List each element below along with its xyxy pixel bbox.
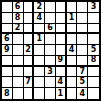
cell-r9c2[interactable] [13, 88, 24, 99]
cell-r1c4: 2 [34, 2, 45, 13]
sudoku-board: 623841266192459837745814 [0, 0, 101, 101]
cell-r7c5: 3 [45, 67, 56, 78]
cell-r8c4[interactable] [34, 77, 45, 88]
cell-r5c6[interactable] [56, 45, 67, 56]
cell-r4c2[interactable] [13, 34, 24, 45]
cell-r1c2: 6 [13, 2, 24, 13]
cell-r5c3: 2 [24, 45, 35, 56]
cell-r6c8[interactable] [77, 56, 88, 67]
cell-r2c9[interactable] [88, 13, 99, 24]
cell-r3c3[interactable] [24, 24, 35, 35]
cell-r7c4[interactable] [34, 67, 45, 78]
cell-r9c6: 1 [56, 88, 67, 99]
cell-r8c7[interactable] [67, 77, 78, 88]
cell-r9c4[interactable] [34, 88, 45, 99]
cell-r5c9: 5 [88, 45, 99, 56]
cell-r4c1: 6 [2, 34, 13, 45]
cell-r4c9[interactable] [88, 34, 99, 45]
cell-r6c9: 8 [88, 56, 99, 67]
cell-r8c9[interactable] [88, 77, 99, 88]
cell-r9c1: 8 [2, 88, 13, 99]
cell-r3c1[interactable] [2, 24, 13, 35]
cell-r1c1[interactable] [2, 2, 13, 13]
cell-r4c7[interactable] [67, 34, 78, 45]
cell-r7c3[interactable] [24, 67, 35, 78]
cell-r3c8[interactable] [77, 24, 88, 35]
cell-r4c6[interactable] [56, 34, 67, 45]
cell-r1c5[interactable] [45, 2, 56, 13]
cell-r9c5[interactable] [45, 88, 56, 99]
cell-r7c2[interactable] [13, 67, 24, 78]
cell-r6c6: 9 [56, 56, 67, 67]
cell-r5c2[interactable] [13, 45, 24, 56]
cell-r2c7: 1 [67, 13, 78, 24]
cell-r8c5[interactable] [45, 77, 56, 88]
cell-r3c7[interactable] [67, 24, 78, 35]
cell-r8c8: 5 [77, 77, 88, 88]
cell-r8c1[interactable] [2, 77, 13, 88]
cell-r2c1[interactable] [2, 13, 13, 24]
cell-r3c9[interactable] [88, 24, 99, 35]
cell-r5c8[interactable] [77, 45, 88, 56]
cell-r6c7[interactable] [67, 56, 78, 67]
cell-r6c4[interactable] [34, 56, 45, 67]
cell-r6c5[interactable] [45, 56, 56, 67]
cell-r1c3[interactable] [24, 2, 35, 13]
cell-r7c9[interactable] [88, 67, 99, 78]
cell-r7c7[interactable] [67, 67, 78, 78]
cell-r4c5[interactable] [45, 34, 56, 45]
cell-r7c1[interactable] [2, 67, 13, 78]
cell-r2c3[interactable] [24, 13, 35, 24]
cell-r8c2[interactable] [13, 77, 24, 88]
cell-r8c6: 4 [56, 77, 67, 88]
cell-r3c4[interactable] [34, 24, 45, 35]
cell-r1c7[interactable] [67, 2, 78, 13]
cell-r5c4[interactable] [34, 45, 45, 56]
cell-r5c1: 9 [2, 45, 13, 56]
cell-r2c4: 4 [34, 13, 45, 24]
cell-r9c8: 4 [77, 88, 88, 99]
cell-r5c5[interactable] [45, 45, 56, 56]
cell-r6c3[interactable] [24, 56, 35, 67]
cell-r4c3[interactable] [24, 34, 35, 45]
cell-r2c2: 8 [13, 13, 24, 24]
cell-r8c3: 7 [24, 77, 35, 88]
sudoku-puzzle-image: 623841266192459837745814 [0, 0, 101, 101]
cell-r9c9[interactable] [88, 88, 99, 99]
cell-r2c5[interactable] [45, 13, 56, 24]
cell-r9c3[interactable] [24, 88, 35, 99]
cell-r7c6[interactable] [56, 67, 67, 78]
cell-r2c8[interactable] [77, 13, 88, 24]
cell-r1c9: 3 [88, 2, 99, 13]
cell-r6c2[interactable] [13, 56, 24, 67]
cell-r7c8: 7 [77, 67, 88, 78]
cell-r9c7[interactable] [67, 88, 78, 99]
cell-r6c1[interactable] [2, 56, 13, 67]
cell-r4c4: 1 [34, 34, 45, 45]
cell-r3c5: 6 [45, 24, 56, 35]
cell-r1c6[interactable] [56, 2, 67, 13]
cell-r3c6[interactable] [56, 24, 67, 35]
cell-r5c7: 4 [67, 45, 78, 56]
cell-r4c8[interactable] [77, 34, 88, 45]
cell-r3c2: 2 [13, 24, 24, 35]
cell-r1c8[interactable] [77, 2, 88, 13]
cell-r2c6[interactable] [56, 13, 67, 24]
